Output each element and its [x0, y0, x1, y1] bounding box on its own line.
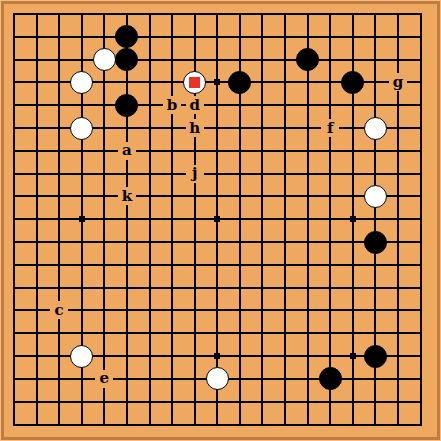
star-point [214, 216, 220, 222]
grid-line-vertical [420, 13, 422, 426]
black-stone [364, 345, 387, 368]
white-stone [70, 71, 93, 94]
star-point [79, 216, 85, 222]
go-board-diagram: gbdhfajkce [0, 0, 441, 441]
grid-line-vertical [261, 13, 263, 426]
white-stone [206, 367, 229, 390]
board-label-j: j [186, 165, 204, 183]
black-stone [228, 71, 251, 94]
black-stone [115, 25, 138, 48]
grid-line-vertical [329, 13, 331, 426]
board-label-g: g [389, 73, 407, 91]
board-label-d: d [186, 96, 204, 114]
red-square-marker [189, 77, 200, 88]
white-stone [364, 185, 387, 208]
black-stone [364, 231, 387, 254]
black-stone [115, 48, 138, 71]
white-stone-marked [183, 71, 206, 94]
board-label-b: b [163, 96, 181, 114]
star-point [214, 353, 220, 359]
go-board-grid: gbdhfajkce [4, 4, 437, 437]
board-label-c: c [50, 301, 68, 319]
grid-line-horizontal [13, 424, 422, 426]
grid-line-horizontal [13, 241, 422, 243]
star-point [350, 353, 356, 359]
star-point [214, 79, 220, 85]
board-frame-outer: gbdhfajkce [0, 0, 441, 441]
black-stone [341, 71, 364, 94]
white-stone [364, 117, 387, 140]
grid-line-horizontal [13, 309, 422, 311]
white-stone [70, 117, 93, 140]
board-label-e: e [95, 370, 113, 388]
board-label-h: h [186, 119, 204, 137]
black-stone [296, 48, 319, 71]
grid-line-horizontal [13, 287, 422, 289]
black-stone [319, 367, 342, 390]
white-stone [70, 345, 93, 368]
black-stone [115, 94, 138, 117]
star-point [350, 216, 356, 222]
board-label-a: a [118, 142, 136, 160]
grid-line-vertical [307, 13, 309, 426]
grid-line-horizontal [13, 332, 422, 334]
white-stone [93, 48, 116, 71]
board-frame-inner: gbdhfajkce [1, 1, 440, 440]
grid-line-vertical [284, 13, 286, 426]
grid-line-horizontal [13, 264, 422, 266]
board-label-k: k [118, 187, 136, 205]
board-label-f: f [321, 119, 339, 137]
grid-line-horizontal [13, 401, 422, 403]
